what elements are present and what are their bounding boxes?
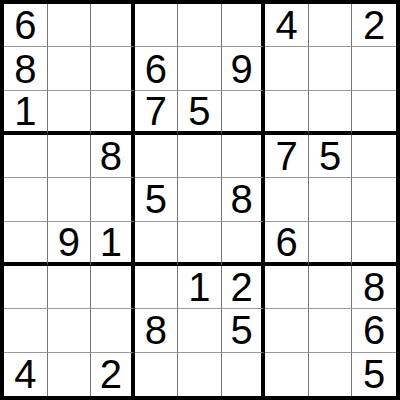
cell-r3c9-empty[interactable] (352, 91, 396, 135)
cell-r7c8-empty[interactable] (309, 266, 353, 309)
cell-r3c7-empty[interactable] (265, 91, 309, 135)
cell-r6c9-empty[interactable] (352, 222, 396, 266)
cell-r4c3-given: 8 (91, 135, 135, 178)
cell-r4c6-empty[interactable] (222, 135, 266, 178)
cell-r4c5-empty[interactable] (178, 135, 222, 178)
cell-r5c1-empty[interactable] (4, 178, 48, 221)
cell-r9c1-given: 4 (4, 353, 48, 396)
sudoku-board: 64286917587558916128856425 (0, 0, 400, 400)
cell-r9c4-empty[interactable] (135, 353, 179, 396)
cell-r1c4-empty[interactable] (135, 4, 179, 47)
cell-r6c3-given: 1 (91, 222, 135, 266)
cell-r9c7-empty[interactable] (265, 353, 309, 396)
cell-r4c4-empty[interactable] (135, 135, 179, 178)
cell-r3c4-given: 7 (135, 91, 179, 135)
cell-r7c1-empty[interactable] (4, 266, 48, 309)
cell-r8c7-empty[interactable] (265, 309, 309, 352)
cell-r1c3-empty[interactable] (91, 4, 135, 47)
cell-r5c5-empty[interactable] (178, 178, 222, 221)
cell-r1c2-empty[interactable] (48, 4, 92, 47)
cell-r1c7-given: 4 (265, 4, 309, 47)
cell-r8c3-empty[interactable] (91, 309, 135, 352)
cell-r9c8-empty[interactable] (309, 353, 353, 396)
cell-r9c9-given: 5 (352, 353, 396, 396)
cell-r9c2-empty[interactable] (48, 353, 92, 396)
cell-r2c9-empty[interactable] (352, 47, 396, 90)
cell-r1c8-empty[interactable] (309, 4, 353, 47)
cell-r4c7-given: 7 (265, 135, 309, 178)
cell-r3c8-empty[interactable] (309, 91, 353, 135)
cell-r5c7-empty[interactable] (265, 178, 309, 221)
cell-r7c2-empty[interactable] (48, 266, 92, 309)
cell-r3c5-given: 5 (178, 91, 222, 135)
cell-r8c6-given: 5 (222, 309, 266, 352)
cell-r3c6-empty[interactable] (222, 91, 266, 135)
cell-r3c1-given: 1 (4, 91, 48, 135)
cell-r6c5-empty[interactable] (178, 222, 222, 266)
cell-r5c9-empty[interactable] (352, 178, 396, 221)
cell-r4c9-empty[interactable] (352, 135, 396, 178)
cell-r7c9-given: 8 (352, 266, 396, 309)
cell-r8c1-empty[interactable] (4, 309, 48, 352)
cell-r6c8-empty[interactable] (309, 222, 353, 266)
cell-r4c8-given: 5 (309, 135, 353, 178)
cell-r6c1-empty[interactable] (4, 222, 48, 266)
cell-r6c4-empty[interactable] (135, 222, 179, 266)
cell-r3c2-empty[interactable] (48, 91, 92, 135)
cell-r5c4-given: 5 (135, 178, 179, 221)
cell-r6c7-given: 6 (265, 222, 309, 266)
cell-r2c1-given: 8 (4, 47, 48, 90)
cell-r7c7-empty[interactable] (265, 266, 309, 309)
cell-r2c3-empty[interactable] (91, 47, 135, 90)
cell-r7c5-given: 1 (178, 266, 222, 309)
cell-r2c5-empty[interactable] (178, 47, 222, 90)
cell-r8c9-given: 6 (352, 309, 396, 352)
cell-r2c4-given: 6 (135, 47, 179, 90)
cell-r2c7-empty[interactable] (265, 47, 309, 90)
cell-r9c6-empty[interactable] (222, 353, 266, 396)
cell-r5c2-empty[interactable] (48, 178, 92, 221)
cell-r2c8-empty[interactable] (309, 47, 353, 90)
cell-r2c6-given: 9 (222, 47, 266, 90)
cell-r7c6-given: 2 (222, 266, 266, 309)
cell-r1c9-given: 2 (352, 4, 396, 47)
cell-r5c3-empty[interactable] (91, 178, 135, 221)
cell-r1c5-empty[interactable] (178, 4, 222, 47)
cell-r5c6-given: 8 (222, 178, 266, 221)
cell-r8c2-empty[interactable] (48, 309, 92, 352)
cell-r5c8-empty[interactable] (309, 178, 353, 221)
cell-r9c5-empty[interactable] (178, 353, 222, 396)
cell-r3c3-empty[interactable] (91, 91, 135, 135)
cell-r7c4-empty[interactable] (135, 266, 179, 309)
cell-r7c3-empty[interactable] (91, 266, 135, 309)
cell-r1c6-empty[interactable] (222, 4, 266, 47)
cell-r9c3-given: 2 (91, 353, 135, 396)
cell-r8c8-empty[interactable] (309, 309, 353, 352)
cell-r4c1-empty[interactable] (4, 135, 48, 178)
cell-r2c2-empty[interactable] (48, 47, 92, 90)
cell-r8c4-given: 8 (135, 309, 179, 352)
cell-r6c6-empty[interactable] (222, 222, 266, 266)
cell-r4c2-empty[interactable] (48, 135, 92, 178)
cell-r6c2-given: 9 (48, 222, 92, 266)
cell-r1c1-given: 6 (4, 4, 48, 47)
cell-r8c5-empty[interactable] (178, 309, 222, 352)
